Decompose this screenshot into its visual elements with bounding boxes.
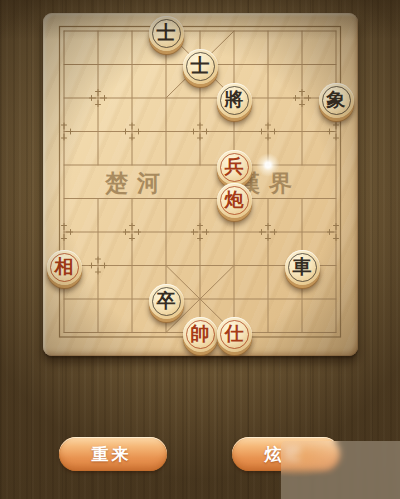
piece-glyph: 仕 xyxy=(225,324,244,343)
piece-black-advisor[interactable]: 士 xyxy=(183,49,218,84)
piece-glyph: 車 xyxy=(293,257,312,276)
pieces-layer: 士士將象兵炮相車卒帥仕 xyxy=(0,0,400,499)
piece-red-soldier[interactable]: 兵 xyxy=(217,150,252,185)
piece-glyph: 士 xyxy=(191,56,210,75)
move-hint-sparkle xyxy=(256,153,280,177)
piece-red-advisor[interactable]: 仕 xyxy=(217,317,252,352)
piece-glyph: 帥 xyxy=(191,324,210,343)
piece-red-elephant[interactable]: 相 xyxy=(47,250,82,285)
piece-glyph: 相 xyxy=(55,257,74,276)
piece-glyph: 將 xyxy=(225,90,244,109)
piece-glyph: 象 xyxy=(327,90,346,109)
piece-black-soldier[interactable]: 卒 xyxy=(149,284,184,319)
piece-red-cannon[interactable]: 炮 xyxy=(217,183,252,218)
restart-button[interactable]: 重来 xyxy=(59,437,167,471)
piece-black-chariot[interactable]: 車 xyxy=(285,250,320,285)
piece-glyph: 卒 xyxy=(157,291,176,310)
piece-black-elephant[interactable]: 象 xyxy=(319,83,354,118)
piece-glyph: 士 xyxy=(157,23,176,42)
piece-black-general[interactable]: 將 xyxy=(217,83,252,118)
piece-glyph: 炮 xyxy=(225,190,244,209)
restart-button-label: 重来 xyxy=(92,443,132,466)
frosted-overlay-panel xyxy=(281,441,400,499)
piece-black-advisor[interactable]: 士 xyxy=(149,16,184,51)
piece-glyph: 兵 xyxy=(225,157,244,176)
piece-red-general[interactable]: 帥 xyxy=(183,317,218,352)
